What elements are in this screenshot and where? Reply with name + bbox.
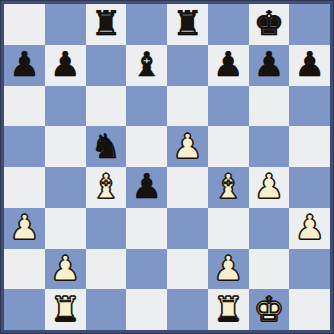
square-f6[interactable] <box>208 86 249 127</box>
white-bishop[interactable]: ♝ <box>91 169 121 203</box>
square-g4[interactable]: ♟ <box>249 167 290 208</box>
square-a3[interactable]: ♟ <box>4 208 45 249</box>
square-a1[interactable] <box>4 289 45 330</box>
square-h6[interactable] <box>289 86 330 127</box>
black-bishop[interactable]: ♝ <box>131 47 161 81</box>
white-rook[interactable]: ♜ <box>50 292 80 326</box>
square-h7[interactable]: ♟ <box>289 45 330 86</box>
square-d5[interactable] <box>126 126 167 167</box>
chess-board: ♜♜♚♟♟♝♟♟♟♞♟♝♟♝♟♟♟♟♟♜♜♚ <box>4 4 330 330</box>
black-pawn[interactable]: ♟ <box>294 47 324 81</box>
square-b2[interactable]: ♟ <box>45 249 86 290</box>
square-g3[interactable] <box>249 208 290 249</box>
square-d2[interactable] <box>126 249 167 290</box>
square-f7[interactable]: ♟ <box>208 45 249 86</box>
chess-board-frame: ♜♜♚♟♟♝♟♟♟♞♟♝♟♝♟♟♟♟♟♜♜♚ <box>0 0 334 334</box>
square-h4[interactable] <box>289 167 330 208</box>
square-g1[interactable]: ♚ <box>249 289 290 330</box>
square-d6[interactable] <box>126 86 167 127</box>
white-pawn[interactable]: ♟ <box>213 251 243 285</box>
square-a8[interactable] <box>4 4 45 45</box>
square-f4[interactable]: ♝ <box>208 167 249 208</box>
square-b5[interactable] <box>45 126 86 167</box>
white-pawn[interactable]: ♟ <box>172 129 202 163</box>
square-a7[interactable]: ♟ <box>4 45 45 86</box>
square-c6[interactable] <box>86 86 127 127</box>
square-e1[interactable] <box>167 289 208 330</box>
square-b3[interactable] <box>45 208 86 249</box>
white-king[interactable]: ♚ <box>254 292 284 326</box>
black-king[interactable]: ♚ <box>254 6 284 40</box>
square-e2[interactable] <box>167 249 208 290</box>
white-pawn[interactable]: ♟ <box>294 210 324 244</box>
square-a5[interactable] <box>4 126 45 167</box>
square-d8[interactable] <box>126 4 167 45</box>
black-knight[interactable]: ♞ <box>91 129 121 163</box>
square-g7[interactable]: ♟ <box>249 45 290 86</box>
square-c8[interactable]: ♜ <box>86 4 127 45</box>
square-d1[interactable] <box>126 289 167 330</box>
square-b1[interactable]: ♜ <box>45 289 86 330</box>
square-h2[interactable] <box>289 249 330 290</box>
square-a4[interactable] <box>4 167 45 208</box>
square-h8[interactable] <box>289 4 330 45</box>
square-f1[interactable]: ♜ <box>208 289 249 330</box>
square-e8[interactable]: ♜ <box>167 4 208 45</box>
square-e7[interactable] <box>167 45 208 86</box>
black-pawn[interactable]: ♟ <box>9 47 39 81</box>
black-rook[interactable]: ♜ <box>91 6 121 40</box>
square-h3[interactable]: ♟ <box>289 208 330 249</box>
white-pawn[interactable]: ♟ <box>9 210 39 244</box>
square-d4[interactable]: ♟ <box>126 167 167 208</box>
square-c7[interactable] <box>86 45 127 86</box>
square-d7[interactable]: ♝ <box>126 45 167 86</box>
square-b4[interactable] <box>45 167 86 208</box>
black-pawn[interactable]: ♟ <box>50 47 80 81</box>
square-e6[interactable] <box>167 86 208 127</box>
square-e5[interactable]: ♟ <box>167 126 208 167</box>
black-pawn[interactable]: ♟ <box>131 169 161 203</box>
square-a2[interactable] <box>4 249 45 290</box>
square-f5[interactable] <box>208 126 249 167</box>
square-c4[interactable]: ♝ <box>86 167 127 208</box>
square-g8[interactable]: ♚ <box>249 4 290 45</box>
square-f2[interactable]: ♟ <box>208 249 249 290</box>
black-rook[interactable]: ♜ <box>172 6 202 40</box>
square-b8[interactable] <box>45 4 86 45</box>
white-bishop[interactable]: ♝ <box>213 169 243 203</box>
black-pawn[interactable]: ♟ <box>254 47 284 81</box>
square-g6[interactable] <box>249 86 290 127</box>
square-b6[interactable] <box>45 86 86 127</box>
square-h5[interactable] <box>289 126 330 167</box>
square-c5[interactable]: ♞ <box>86 126 127 167</box>
black-pawn[interactable]: ♟ <box>213 47 243 81</box>
white-pawn[interactable]: ♟ <box>50 251 80 285</box>
square-d3[interactable] <box>126 208 167 249</box>
square-g5[interactable] <box>249 126 290 167</box>
white-rook[interactable]: ♜ <box>213 292 243 326</box>
square-f8[interactable] <box>208 4 249 45</box>
square-g2[interactable] <box>249 249 290 290</box>
square-h1[interactable] <box>289 289 330 330</box>
white-pawn[interactable]: ♟ <box>254 169 284 203</box>
square-a6[interactable] <box>4 86 45 127</box>
square-c1[interactable] <box>86 289 127 330</box>
square-e4[interactable] <box>167 167 208 208</box>
square-c3[interactable] <box>86 208 127 249</box>
square-c2[interactable] <box>86 249 127 290</box>
square-e3[interactable] <box>167 208 208 249</box>
square-b7[interactable]: ♟ <box>45 45 86 86</box>
square-f3[interactable] <box>208 208 249 249</box>
